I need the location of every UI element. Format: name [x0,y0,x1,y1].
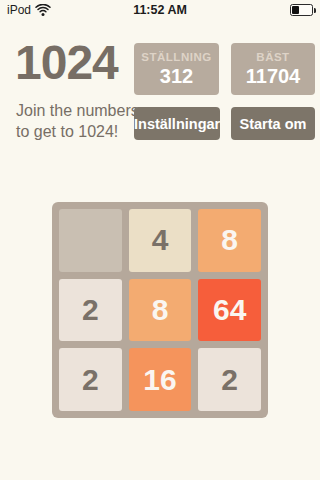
restart-button[interactable]: Starta om [231,107,315,140]
tile-2: 2 [59,279,122,342]
score-box: STÄLLNING 312 [134,43,219,95]
battery-nub [314,8,316,13]
tile-4: 4 [129,209,192,272]
battery-fill [292,6,299,14]
wifi-icon [35,4,51,16]
status-left: iPod [7,3,51,17]
tile-2: 2 [198,348,261,411]
game-board[interactable]: 4828642162 [52,202,268,418]
battery-icon [290,4,313,16]
status-right [290,4,313,16]
app-screen: iPod 11:52 AM 1024 Join the numbersto ge… [0,0,320,480]
tile-8: 8 [129,279,192,342]
tile-8: 8 [198,209,261,272]
tile-2: 2 [59,348,122,411]
empty-cell [59,209,122,272]
subtitle-line-2: to get to 1024! [16,123,118,140]
best-box: BÄST 11704 [231,43,315,95]
settings-button[interactable]: Inställningar [134,107,220,140]
best-value: 11704 [231,65,315,88]
tile-16: 16 [129,348,192,411]
status-bar: iPod 11:52 AM [0,0,320,20]
subtitle-line-1: Join the numbers [16,102,139,119]
best-label: BÄST [231,51,315,63]
carrier-label: iPod [7,3,31,17]
tile-64: 64 [198,279,261,342]
app-title: 1024 [15,39,118,87]
subtitle: Join the numbersto get to 1024! [16,100,139,142]
score-label: STÄLLNING [134,51,219,63]
score-value: 312 [134,65,219,88]
